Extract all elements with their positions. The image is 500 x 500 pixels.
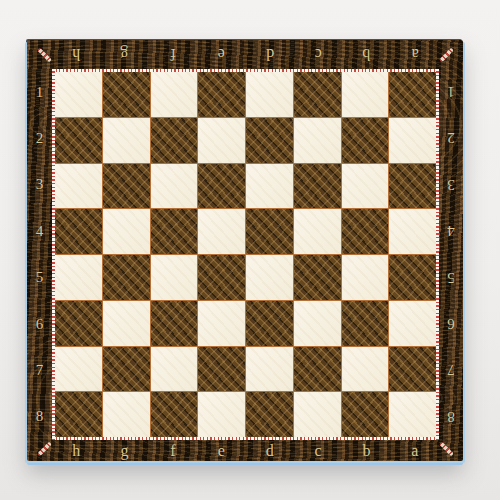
rank-label-left-3: 3 — [27, 162, 52, 208]
square-g6[interactable] — [103, 301, 150, 346]
square-d3[interactable] — [246, 164, 293, 209]
file-label-bottom-g: g — [100, 440, 148, 461]
square-h7[interactable] — [55, 347, 102, 392]
square-h4[interactable] — [55, 209, 102, 254]
square-g1[interactable] — [103, 72, 150, 117]
square-a3[interactable] — [389, 164, 436, 209]
square-a7[interactable] — [389, 347, 436, 392]
chess-board: hgfedcba hgfedcba 12345678 12345678 — [27, 40, 463, 461]
rank-label-right-8: 8 — [439, 394, 463, 440]
square-c3[interactable] — [294, 164, 341, 209]
file-label-bottom-d: d — [246, 440, 294, 461]
rank-label-left-8: 8 — [27, 394, 52, 440]
square-a6[interactable] — [389, 301, 436, 346]
play-area — [52, 69, 439, 440]
square-e8[interactable] — [198, 392, 245, 437]
square-d7[interactable] — [246, 347, 293, 392]
rank-label-right-6: 6 — [439, 301, 463, 347]
file-label-top-d: d — [246, 40, 294, 69]
square-c4[interactable] — [294, 209, 341, 254]
square-e7[interactable] — [198, 347, 245, 392]
file-label-top-g: g — [100, 40, 148, 69]
square-g2[interactable] — [103, 118, 150, 163]
square-f2[interactable] — [151, 118, 198, 163]
rank-label-left-6: 6 — [27, 301, 52, 347]
square-h2[interactable] — [55, 118, 102, 163]
file-label-top-c: c — [294, 40, 342, 69]
corner-rope-ornament-bottom-right — [439, 442, 454, 457]
square-g7[interactable] — [103, 347, 150, 392]
square-g4[interactable] — [103, 209, 150, 254]
file-label-bottom-b: b — [342, 440, 390, 461]
corner-rope-ornament-top-right — [439, 48, 454, 63]
square-f6[interactable] — [151, 301, 198, 346]
square-b6[interactable] — [342, 301, 389, 346]
file-label-top-a: a — [391, 40, 439, 69]
square-h3[interactable] — [55, 164, 102, 209]
square-g8[interactable] — [103, 392, 150, 437]
file-label-bottom-f: f — [149, 440, 197, 461]
square-e6[interactable] — [198, 301, 245, 346]
rank-label-left-5: 5 — [27, 255, 52, 301]
rank-label-left-1: 1 — [27, 69, 52, 115]
file-label-top-b: b — [342, 40, 390, 69]
square-c2[interactable] — [294, 118, 341, 163]
rank-labels-right: 12345678 — [439, 69, 463, 440]
rank-label-left-4: 4 — [27, 208, 52, 254]
rank-labels-left: 12345678 — [27, 69, 52, 440]
file-label-bottom-h: h — [52, 440, 100, 461]
photo-background: hgfedcba hgfedcba 12345678 12345678 — [0, 0, 500, 500]
square-c7[interactable] — [294, 347, 341, 392]
rank-label-right-1: 1 — [439, 69, 463, 115]
square-a1[interactable] — [389, 72, 436, 117]
square-h1[interactable] — [55, 72, 102, 117]
file-label-top-h: h — [52, 40, 100, 69]
square-g5[interactable] — [103, 255, 150, 300]
square-a5[interactable] — [389, 255, 436, 300]
rank-label-left-7: 7 — [27, 347, 52, 393]
rank-label-right-2: 2 — [439, 115, 463, 161]
rank-label-right-5: 5 — [439, 255, 463, 301]
board-squares — [55, 72, 436, 437]
file-labels-top: hgfedcba — [52, 40, 439, 69]
ribbon-border-right — [436, 69, 439, 440]
rank-label-left-2: 2 — [27, 115, 52, 161]
square-f1[interactable] — [151, 72, 198, 117]
file-label-bottom-a: a — [391, 440, 439, 461]
square-e5[interactable] — [198, 255, 245, 300]
square-d5[interactable] — [246, 255, 293, 300]
square-h8[interactable] — [55, 392, 102, 437]
square-a2[interactable] — [389, 118, 436, 163]
square-d4[interactable] — [246, 209, 293, 254]
square-f5[interactable] — [151, 255, 198, 300]
square-a8[interactable] — [389, 392, 436, 437]
file-label-bottom-e: e — [197, 440, 245, 461]
square-f3[interactable] — [151, 164, 198, 209]
square-f8[interactable] — [151, 392, 198, 437]
square-e1[interactable] — [198, 72, 245, 117]
square-b1[interactable] — [342, 72, 389, 117]
square-b7[interactable] — [342, 347, 389, 392]
square-d2[interactable] — [246, 118, 293, 163]
corner-rope-ornament-bottom-left — [37, 442, 52, 457]
square-b5[interactable] — [342, 255, 389, 300]
square-c1[interactable] — [294, 72, 341, 117]
square-b4[interactable] — [342, 209, 389, 254]
square-h5[interactable] — [55, 255, 102, 300]
square-e2[interactable] — [198, 118, 245, 163]
square-e3[interactable] — [198, 164, 245, 209]
square-d6[interactable] — [246, 301, 293, 346]
square-a4[interactable] — [389, 209, 436, 254]
square-c6[interactable] — [294, 301, 341, 346]
rank-label-right-3: 3 — [439, 162, 463, 208]
file-labels-bottom: hgfedcba — [52, 440, 439, 461]
square-c8[interactable] — [294, 392, 341, 437]
ribbon-border-bottom — [52, 437, 439, 440]
square-b3[interactable] — [342, 164, 389, 209]
file-label-bottom-c: c — [294, 440, 342, 461]
square-d1[interactable] — [246, 72, 293, 117]
file-label-top-e: e — [197, 40, 245, 69]
rank-label-right-4: 4 — [439, 208, 463, 254]
square-e4[interactable] — [198, 209, 245, 254]
square-f4[interactable] — [151, 209, 198, 254]
square-b8[interactable] — [342, 392, 389, 437]
square-g3[interactable] — [103, 164, 150, 209]
square-h6[interactable] — [55, 301, 102, 346]
corner-rope-ornament-top-left — [37, 48, 52, 63]
square-d8[interactable] — [246, 392, 293, 437]
square-c5[interactable] — [294, 255, 341, 300]
rank-label-right-7: 7 — [439, 347, 463, 393]
square-f7[interactable] — [151, 347, 198, 392]
file-label-top-f: f — [149, 40, 197, 69]
square-b2[interactable] — [342, 118, 389, 163]
